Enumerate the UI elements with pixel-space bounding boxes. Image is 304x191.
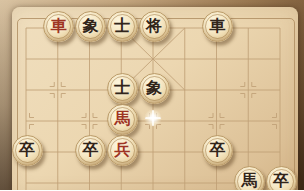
piece-black-horse[interactable]: 馬 — [234, 166, 265, 191]
piece-black-elephant-b[interactable]: 象 — [139, 73, 170, 104]
piece-black-soldier-d[interactable]: 卒 — [266, 166, 297, 191]
piece-label: 卒 — [273, 173, 289, 189]
piece-label: 士 — [114, 80, 130, 96]
piece-label: 馬 — [114, 111, 130, 127]
piece-label: 将 — [146, 18, 162, 34]
piece-label: 卒 — [83, 142, 99, 158]
piece-black-advisor-b[interactable]: 士 — [107, 73, 138, 104]
piece-red-horse[interactable]: 馬 — [107, 104, 138, 135]
piece-label: 象 — [146, 80, 162, 96]
piece-label: 卒 — [210, 142, 226, 158]
piece-black-advisor-a[interactable]: 士 — [107, 11, 138, 42]
piece-red-chariot[interactable]: 車 — [43, 11, 74, 42]
piece-black-soldier-a[interactable]: 卒 — [12, 135, 43, 166]
piece-black-general[interactable]: 将 — [139, 11, 170, 42]
piece-black-soldier-b[interactable]: 卒 — [75, 135, 106, 166]
piece-black-elephant-a[interactable]: 象 — [75, 11, 106, 42]
piece-black-soldier-c[interactable]: 卒 — [202, 135, 233, 166]
pieces-layer: 車象士将車士象馬卒卒兵卒馬卒 — [0, 0, 304, 190]
piece-label: 兵 — [114, 142, 130, 158]
piece-label: 士 — [114, 18, 130, 34]
xiangqi-game-screen: 車象士将車士象馬卒卒兵卒馬卒 — [0, 0, 304, 190]
piece-red-soldier[interactable]: 兵 — [107, 135, 138, 166]
piece-label: 馬 — [241, 173, 257, 189]
piece-label: 車 — [210, 18, 226, 34]
piece-label: 象 — [83, 18, 99, 34]
piece-black-chariot[interactable]: 車 — [202, 11, 233, 42]
piece-label: 車 — [51, 18, 67, 34]
piece-label: 卒 — [19, 142, 35, 158]
